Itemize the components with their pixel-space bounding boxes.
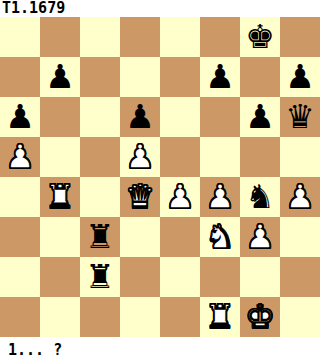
square-h5[interactable]: [280, 137, 320, 177]
square-b8[interactable]: [40, 17, 80, 57]
square-a4[interactable]: [0, 177, 40, 217]
square-b5[interactable]: [40, 137, 80, 177]
black-pawn-g6[interactable]: ♟: [245, 97, 275, 137]
square-d1[interactable]: [120, 297, 160, 337]
square-g4[interactable]: ♞: [240, 177, 280, 217]
black-pawn-d6[interactable]: ♟: [125, 97, 155, 137]
square-f2[interactable]: [200, 257, 240, 297]
square-a8[interactable]: [0, 17, 40, 57]
white-pawn-e4[interactable]: ♟: [165, 177, 195, 217]
white-pawn-f4[interactable]: ♟: [205, 177, 235, 217]
square-a3[interactable]: [0, 217, 40, 257]
square-f4[interactable]: ♟: [200, 177, 240, 217]
square-f3[interactable]: ♞: [200, 217, 240, 257]
square-b1[interactable]: [40, 297, 80, 337]
square-b7[interactable]: ♟: [40, 57, 80, 97]
square-e8[interactable]: [160, 17, 200, 57]
white-pawn-a5[interactable]: ♟: [5, 137, 35, 177]
square-c2[interactable]: ♜: [80, 257, 120, 297]
square-a5[interactable]: ♟: [0, 137, 40, 177]
white-rook-f1[interactable]: ♜: [205, 297, 235, 337]
square-h8[interactable]: [280, 17, 320, 57]
square-h6[interactable]: ♛: [280, 97, 320, 137]
move-prompt: 1... ?: [0, 337, 320, 360]
square-f1[interactable]: ♜: [200, 297, 240, 337]
black-rook-c2[interactable]: ♜: [85, 257, 115, 297]
square-h4[interactable]: ♟: [280, 177, 320, 217]
white-king-g1[interactable]: ♚: [245, 297, 275, 337]
square-e3[interactable]: [160, 217, 200, 257]
square-f8[interactable]: [200, 17, 240, 57]
square-d5[interactable]: ♟: [120, 137, 160, 177]
square-b2[interactable]: [40, 257, 80, 297]
black-pawn-a6[interactable]: ♟: [5, 97, 35, 137]
square-g5[interactable]: [240, 137, 280, 177]
square-e7[interactable]: [160, 57, 200, 97]
white-rook-b4[interactable]: ♜: [45, 177, 75, 217]
chess-puzzle-app: T1.1679 ♚♟♟♟♟♟♟♛♟♟♜♛♟♟♞♟♜♞♟♜♜♚ 1... ?: [0, 0, 320, 360]
black-pawn-b7[interactable]: ♟: [45, 57, 75, 97]
square-d7[interactable]: [120, 57, 160, 97]
square-h1[interactable]: [280, 297, 320, 337]
chess-board: ♚♟♟♟♟♟♟♛♟♟♜♛♟♟♞♟♜♞♟♜♜♚: [0, 17, 320, 337]
square-g8[interactable]: ♚: [240, 17, 280, 57]
square-d3[interactable]: [120, 217, 160, 257]
square-c7[interactable]: [80, 57, 120, 97]
square-a6[interactable]: ♟: [0, 97, 40, 137]
square-a1[interactable]: [0, 297, 40, 337]
white-pawn-h4[interactable]: ♟: [285, 177, 315, 217]
square-f6[interactable]: [200, 97, 240, 137]
square-g7[interactable]: [240, 57, 280, 97]
square-f7[interactable]: ♟: [200, 57, 240, 97]
square-c3[interactable]: ♜: [80, 217, 120, 257]
square-b3[interactable]: [40, 217, 80, 257]
square-h7[interactable]: ♟: [280, 57, 320, 97]
black-king-g8[interactable]: ♚: [245, 17, 275, 57]
square-h3[interactable]: [280, 217, 320, 257]
square-h2[interactable]: [280, 257, 320, 297]
black-pawn-f7[interactable]: ♟: [205, 57, 235, 97]
puzzle-title: T1.1679: [0, 0, 320, 17]
square-c5[interactable]: [80, 137, 120, 177]
square-b4[interactable]: ♜: [40, 177, 80, 217]
black-rook-c3[interactable]: ♜: [85, 217, 115, 257]
square-d4[interactable]: ♛: [120, 177, 160, 217]
square-f5[interactable]: [200, 137, 240, 177]
white-pawn-g3[interactable]: ♟: [245, 217, 275, 257]
square-e5[interactable]: [160, 137, 200, 177]
white-knight-f3[interactable]: ♞: [205, 217, 235, 257]
square-g3[interactable]: ♟: [240, 217, 280, 257]
square-g6[interactable]: ♟: [240, 97, 280, 137]
white-queen-d4[interactable]: ♛: [125, 177, 155, 217]
square-d6[interactable]: ♟: [120, 97, 160, 137]
square-c6[interactable]: [80, 97, 120, 137]
black-knight-g4[interactable]: ♞: [245, 177, 275, 217]
white-pawn-d5[interactable]: ♟: [125, 137, 155, 177]
square-e4[interactable]: ♟: [160, 177, 200, 217]
square-e6[interactable]: [160, 97, 200, 137]
square-e1[interactable]: [160, 297, 200, 337]
square-c4[interactable]: [80, 177, 120, 217]
square-c1[interactable]: [80, 297, 120, 337]
square-g2[interactable]: [240, 257, 280, 297]
square-d2[interactable]: [120, 257, 160, 297]
square-a7[interactable]: [0, 57, 40, 97]
square-d8[interactable]: [120, 17, 160, 57]
square-c8[interactable]: [80, 17, 120, 57]
black-queen-h6[interactable]: ♛: [285, 97, 315, 137]
square-e2[interactable]: [160, 257, 200, 297]
square-a2[interactable]: [0, 257, 40, 297]
square-b6[interactable]: [40, 97, 80, 137]
square-g1[interactable]: ♚: [240, 297, 280, 337]
black-pawn-h7[interactable]: ♟: [285, 57, 315, 97]
